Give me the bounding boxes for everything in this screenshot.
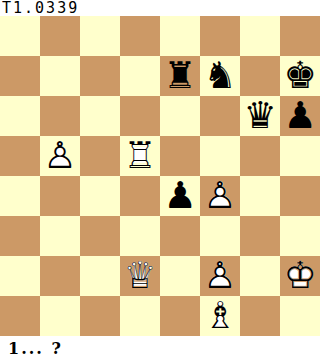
puzzle-id: T1.0339 (0, 0, 320, 16)
square-g6[interactable]: ♛ (240, 96, 280, 136)
square-c8[interactable] (80, 16, 120, 56)
piece-fill: ♞ (200, 56, 240, 96)
piece-outline: ♔ (280, 256, 320, 296)
square-e5[interactable] (160, 136, 200, 176)
square-d1[interactable] (120, 296, 160, 336)
black-pawn[interactable]: ♟ (280, 96, 320, 136)
square-g1[interactable] (240, 296, 280, 336)
square-d7[interactable] (120, 56, 160, 96)
piece-fill: ♟ (160, 176, 200, 216)
square-b8[interactable] (40, 16, 80, 56)
square-g2[interactable] (240, 256, 280, 296)
square-b6[interactable] (40, 96, 80, 136)
square-g8[interactable] (240, 16, 280, 56)
square-b3[interactable] (40, 216, 80, 256)
square-f7[interactable]: ♞ (200, 56, 240, 96)
white-queen[interactable]: ♛♕ (120, 256, 160, 296)
square-g3[interactable] (240, 216, 280, 256)
square-f2[interactable]: ♟♙ (200, 256, 240, 296)
square-d5[interactable]: ♜♖ (120, 136, 160, 176)
chess-puzzle-page: T1.0339 ♜♞♚♛♟♟♙♜♖♟♟♙♛♕♟♙♚♔♝♗ 1... ? (0, 0, 320, 360)
square-d2[interactable]: ♛♕ (120, 256, 160, 296)
square-d6[interactable] (120, 96, 160, 136)
square-f6[interactable] (200, 96, 240, 136)
piece-fill: ♚ (280, 56, 320, 96)
square-e2[interactable] (160, 256, 200, 296)
piece-fill: ♟ (280, 96, 320, 136)
move-prompt: 1... ? (0, 336, 320, 360)
square-a3[interactable] (0, 216, 40, 256)
square-a6[interactable] (0, 96, 40, 136)
square-e4[interactable]: ♟ (160, 176, 200, 216)
square-h7[interactable]: ♚ (280, 56, 320, 96)
square-h2[interactable]: ♚♔ (280, 256, 320, 296)
square-h6[interactable]: ♟ (280, 96, 320, 136)
square-a2[interactable] (0, 256, 40, 296)
white-pawn[interactable]: ♟♙ (200, 176, 240, 216)
square-a7[interactable] (0, 56, 40, 96)
piece-outline: ♙ (40, 136, 80, 176)
square-c1[interactable] (80, 296, 120, 336)
square-a4[interactable] (0, 176, 40, 216)
black-queen[interactable]: ♛ (240, 96, 280, 136)
square-d8[interactable] (120, 16, 160, 56)
piece-outline: ♕ (120, 256, 160, 296)
square-h1[interactable] (280, 296, 320, 336)
piece-outline: ♙ (200, 256, 240, 296)
square-g7[interactable] (240, 56, 280, 96)
black-pawn[interactable]: ♟ (160, 176, 200, 216)
square-c2[interactable] (80, 256, 120, 296)
square-a8[interactable] (0, 16, 40, 56)
white-pawn[interactable]: ♟♙ (40, 136, 80, 176)
white-bishop[interactable]: ♝♗ (200, 296, 240, 336)
square-c7[interactable] (80, 56, 120, 96)
square-b4[interactable] (40, 176, 80, 216)
square-f8[interactable] (200, 16, 240, 56)
square-c5[interactable] (80, 136, 120, 176)
square-h8[interactable] (280, 16, 320, 56)
square-h3[interactable] (280, 216, 320, 256)
square-h5[interactable] (280, 136, 320, 176)
square-f4[interactable]: ♟♙ (200, 176, 240, 216)
square-b7[interactable] (40, 56, 80, 96)
white-rook[interactable]: ♜♖ (120, 136, 160, 176)
black-rook[interactable]: ♜ (160, 56, 200, 96)
chess-board: ♜♞♚♛♟♟♙♜♖♟♟♙♛♕♟♙♚♔♝♗ (0, 16, 320, 336)
square-e3[interactable] (160, 216, 200, 256)
square-c3[interactable] (80, 216, 120, 256)
square-a5[interactable] (0, 136, 40, 176)
square-d3[interactable] (120, 216, 160, 256)
square-e8[interactable] (160, 16, 200, 56)
square-h4[interactable] (280, 176, 320, 216)
piece-outline: ♙ (200, 176, 240, 216)
square-b5[interactable]: ♟♙ (40, 136, 80, 176)
square-a1[interactable] (0, 296, 40, 336)
square-f3[interactable] (200, 216, 240, 256)
square-b2[interactable] (40, 256, 80, 296)
square-c6[interactable] (80, 96, 120, 136)
square-g5[interactable] (240, 136, 280, 176)
piece-fill: ♛ (240, 96, 280, 136)
piece-outline: ♖ (120, 136, 160, 176)
piece-fill: ♜ (160, 56, 200, 96)
black-king[interactable]: ♚ (280, 56, 320, 96)
square-e1[interactable] (160, 296, 200, 336)
square-f5[interactable] (200, 136, 240, 176)
black-knight[interactable]: ♞ (200, 56, 240, 96)
square-b1[interactable] (40, 296, 80, 336)
square-f1[interactable]: ♝♗ (200, 296, 240, 336)
square-d4[interactable] (120, 176, 160, 216)
piece-outline: ♗ (200, 296, 240, 336)
white-pawn[interactable]: ♟♙ (200, 256, 240, 296)
square-e7[interactable]: ♜ (160, 56, 200, 96)
square-g4[interactable] (240, 176, 280, 216)
square-e6[interactable] (160, 96, 200, 136)
square-c4[interactable] (80, 176, 120, 216)
white-king[interactable]: ♚♔ (280, 256, 320, 296)
